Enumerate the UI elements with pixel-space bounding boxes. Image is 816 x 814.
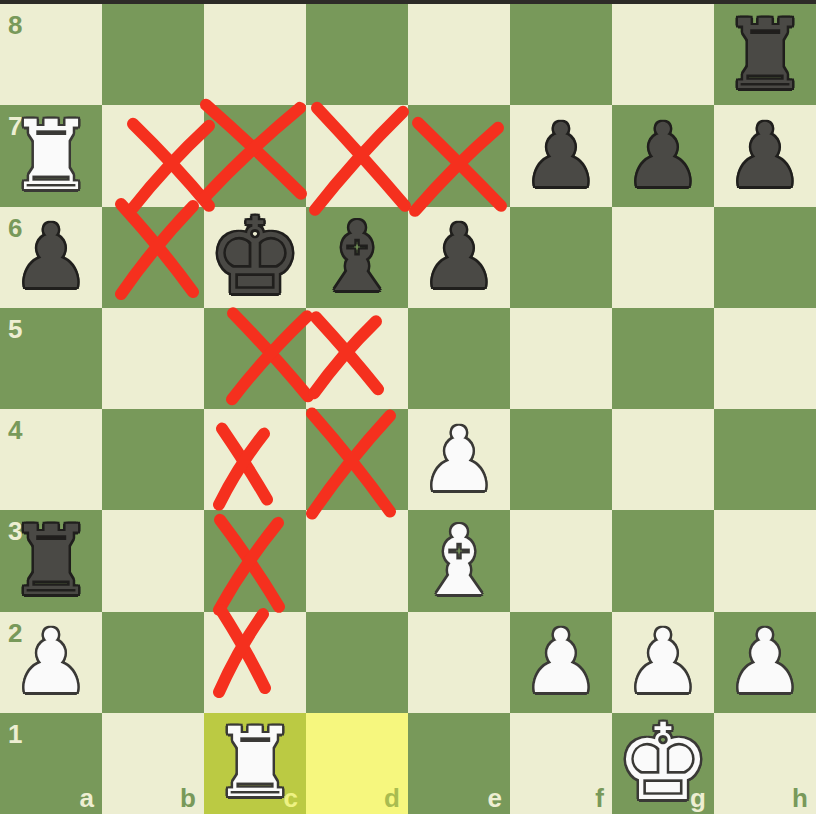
file-label-d: d [384, 785, 400, 811]
square-e8[interactable] [408, 4, 510, 105]
file-label-f: f [595, 785, 604, 811]
white-bishop-icon[interactable]: ♝ [408, 510, 510, 611]
file-label-h: h [792, 785, 808, 811]
square-a3[interactable]: 3♜ [0, 510, 102, 611]
square-h2[interactable]: ♟ [714, 612, 816, 713]
square-h8[interactable]: ♜ [714, 4, 816, 105]
square-h3[interactable] [714, 510, 816, 611]
black-pawn-icon[interactable]: ♟ [612, 105, 714, 206]
square-h1[interactable]: h [714, 713, 816, 814]
file-label-a: a [80, 785, 94, 811]
black-pawn-icon[interactable]: ♟ [510, 105, 612, 206]
square-d3[interactable] [306, 510, 408, 611]
square-d7[interactable] [306, 105, 408, 206]
white-pawn-icon[interactable]: ♟ [612, 612, 714, 713]
rank-label-4: 4 [8, 417, 22, 443]
square-b5[interactable] [102, 308, 204, 409]
square-b3[interactable] [102, 510, 204, 611]
black-rook-icon[interactable]: ♜ [714, 4, 816, 105]
square-d4[interactable] [306, 409, 408, 510]
black-king-icon[interactable]: ♚ [204, 207, 306, 308]
square-d6[interactable]: ♝ [306, 207, 408, 308]
square-g4[interactable] [612, 409, 714, 510]
white-pawn-icon[interactable]: ♟ [0, 612, 102, 713]
square-c7[interactable] [204, 105, 306, 206]
black-bishop-icon[interactable]: ♝ [306, 207, 408, 308]
square-f2[interactable]: ♟ [510, 612, 612, 713]
rank-label-8: 8 [8, 12, 22, 38]
square-b7[interactable] [102, 105, 204, 206]
square-g7[interactable]: ♟ [612, 105, 714, 206]
rank-label-1: 1 [8, 721, 22, 747]
white-rook-icon[interactable]: ♜ [0, 105, 102, 206]
square-h4[interactable] [714, 409, 816, 510]
square-a5[interactable]: 5 [0, 308, 102, 409]
square-d5[interactable] [306, 308, 408, 409]
square-c3[interactable] [204, 510, 306, 611]
square-f5[interactable] [510, 308, 612, 409]
square-g2[interactable]: ♟ [612, 612, 714, 713]
white-pawn-icon[interactable]: ♟ [510, 612, 612, 713]
black-pawn-icon[interactable]: ♟ [408, 207, 510, 308]
square-e2[interactable] [408, 612, 510, 713]
square-f1[interactable]: f [510, 713, 612, 814]
square-b8[interactable] [102, 4, 204, 105]
square-h5[interactable] [714, 308, 816, 409]
black-pawn-icon[interactable]: ♟ [0, 207, 102, 308]
square-a2[interactable]: 2♟ [0, 612, 102, 713]
file-label-b: b [180, 785, 196, 811]
square-a6[interactable]: 6♟ [0, 207, 102, 308]
white-king-icon[interactable]: ♚ [612, 713, 714, 814]
square-g5[interactable] [612, 308, 714, 409]
square-e6[interactable]: ♟ [408, 207, 510, 308]
square-d1[interactable]: d [306, 713, 408, 814]
white-pawn-icon[interactable]: ♟ [408, 409, 510, 510]
board: 8♜7♜♟♟♟6♟♚♝♟54♟3♜♝2♟♟♟♟1abc♜defg♚h [0, 4, 816, 814]
square-a8[interactable]: 8 [0, 4, 102, 105]
square-c1[interactable]: c♜ [204, 713, 306, 814]
square-b6[interactable] [102, 207, 204, 308]
square-g6[interactable] [612, 207, 714, 308]
square-f6[interactable] [510, 207, 612, 308]
square-d2[interactable] [306, 612, 408, 713]
white-pawn-icon[interactable]: ♟ [714, 612, 816, 713]
square-e4[interactable]: ♟ [408, 409, 510, 510]
square-h7[interactable]: ♟ [714, 105, 816, 206]
square-c5[interactable] [204, 308, 306, 409]
square-f3[interactable] [510, 510, 612, 611]
square-b1[interactable]: b [102, 713, 204, 814]
square-b2[interactable] [102, 612, 204, 713]
square-e7[interactable] [408, 105, 510, 206]
square-a1[interactable]: 1a [0, 713, 102, 814]
square-f8[interactable] [510, 4, 612, 105]
square-g1[interactable]: g♚ [612, 713, 714, 814]
black-rook-icon[interactable]: ♜ [0, 510, 102, 611]
square-c4[interactable] [204, 409, 306, 510]
square-c8[interactable] [204, 4, 306, 105]
square-d8[interactable] [306, 4, 408, 105]
square-f4[interactable] [510, 409, 612, 510]
white-rook-icon[interactable]: ♜ [204, 713, 306, 814]
square-a4[interactable]: 4 [0, 409, 102, 510]
black-pawn-icon[interactable]: ♟ [714, 105, 816, 206]
square-a7[interactable]: 7♜ [0, 105, 102, 206]
square-h6[interactable] [714, 207, 816, 308]
square-f7[interactable]: ♟ [510, 105, 612, 206]
file-label-e: e [488, 785, 502, 811]
square-e5[interactable] [408, 308, 510, 409]
square-g8[interactable] [612, 4, 714, 105]
square-g3[interactable] [612, 510, 714, 611]
square-e3[interactable]: ♝ [408, 510, 510, 611]
square-c2[interactable] [204, 612, 306, 713]
rank-label-5: 5 [8, 316, 22, 342]
square-c6[interactable]: ♚ [204, 207, 306, 308]
square-b4[interactable] [102, 409, 204, 510]
square-e1[interactable]: e [408, 713, 510, 814]
